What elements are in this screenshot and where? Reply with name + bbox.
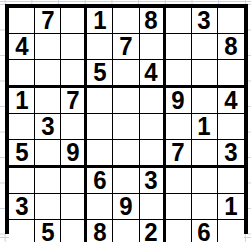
given-digit: 9 bbox=[172, 88, 185, 113]
cell-r7c4: 6 bbox=[87, 168, 113, 194]
cell-r5c8: 1 bbox=[192, 114, 218, 140]
given-digit: 3 bbox=[15, 194, 28, 219]
cell-r9c7[interactable] bbox=[166, 220, 192, 242]
cell-r9c2: 5 bbox=[35, 220, 61, 242]
cell-r1c2: 7 bbox=[35, 8, 61, 34]
cell-r9c3[interactable] bbox=[61, 220, 87, 242]
cell-r2c8[interactable] bbox=[192, 34, 218, 60]
cell-r8c1: 3 bbox=[9, 194, 35, 220]
cell-r5c6[interactable] bbox=[140, 114, 166, 140]
cell-r6c8[interactable] bbox=[192, 140, 218, 168]
cell-r8c9: 1 bbox=[218, 194, 244, 220]
cell-r4c1: 1 bbox=[9, 88, 35, 114]
cell-r4c4[interactable] bbox=[87, 88, 113, 114]
cell-r1c4: 1 bbox=[87, 8, 113, 34]
cell-r1c9[interactable] bbox=[218, 8, 244, 34]
cell-r8c4[interactable] bbox=[87, 194, 113, 220]
given-digit: 5 bbox=[93, 60, 106, 85]
given-digit: 1 bbox=[198, 114, 211, 139]
given-digit: 7 bbox=[172, 140, 185, 165]
cell-r3c5[interactable] bbox=[113, 60, 139, 88]
cell-r9c8: 6 bbox=[192, 220, 218, 242]
cell-r2c3[interactable] bbox=[61, 34, 87, 60]
cell-r9c6: 2 bbox=[140, 220, 166, 242]
given-digit: 8 bbox=[93, 220, 106, 242]
cell-r3c2[interactable] bbox=[35, 60, 61, 88]
cell-r3c4: 5 bbox=[87, 60, 113, 88]
given-digit: 3 bbox=[198, 8, 211, 33]
sheet-gridline-ticks-right bbox=[248, 0, 251, 242]
given-digit: 3 bbox=[144, 168, 157, 193]
cell-r4c7: 9 bbox=[166, 88, 192, 114]
sheet-gridline-top bbox=[0, 1, 251, 2]
cell-r7c3[interactable] bbox=[61, 168, 87, 194]
cell-r3c1[interactable] bbox=[9, 60, 35, 88]
given-digit: 4 bbox=[224, 88, 237, 113]
given-digit: 7 bbox=[41, 8, 54, 33]
cell-r4c9: 4 bbox=[218, 88, 244, 114]
cell-r6c3: 9 bbox=[61, 140, 87, 168]
given-digit: 3 bbox=[224, 140, 237, 165]
cell-r9c9[interactable] bbox=[218, 220, 244, 242]
cell-r2c9: 8 bbox=[218, 34, 244, 60]
given-digit: 9 bbox=[66, 140, 79, 165]
cell-r4c8[interactable] bbox=[192, 88, 218, 114]
cell-r8c3[interactable] bbox=[61, 194, 87, 220]
cell-r1c3[interactable] bbox=[61, 8, 87, 34]
cell-r1c8: 3 bbox=[192, 8, 218, 34]
cell-r3c6: 4 bbox=[140, 60, 166, 88]
cell-r3c8[interactable] bbox=[192, 60, 218, 88]
cell-r1c6: 8 bbox=[140, 8, 166, 34]
cell-r5c5[interactable] bbox=[113, 114, 139, 140]
cell-r5c4[interactable] bbox=[87, 114, 113, 140]
cell-r6c9: 3 bbox=[218, 140, 244, 168]
given-digit: 1 bbox=[224, 194, 237, 219]
cell-r3c3[interactable] bbox=[61, 60, 87, 88]
cell-r8c8[interactable] bbox=[192, 194, 218, 220]
given-digit: 6 bbox=[93, 168, 106, 193]
given-digit: 8 bbox=[224, 34, 237, 59]
given-digit: 5 bbox=[41, 220, 54, 242]
cell-r4c5[interactable] bbox=[113, 88, 139, 114]
cell-r9c5[interactable] bbox=[113, 220, 139, 242]
cell-r8c6[interactable] bbox=[140, 194, 166, 220]
cell-r4c2[interactable] bbox=[35, 88, 61, 114]
cell-r7c8[interactable] bbox=[192, 168, 218, 194]
cell-r2c2[interactable] bbox=[35, 34, 61, 60]
cell-r6c7: 7 bbox=[166, 140, 192, 168]
sudoku-board: 7183478541794315973633915826 bbox=[5, 4, 248, 234]
cell-r7c1[interactable] bbox=[9, 168, 35, 194]
cell-r7c7[interactable] bbox=[166, 168, 192, 194]
cell-r3c9[interactable] bbox=[218, 60, 244, 88]
cell-r4c3: 7 bbox=[61, 88, 87, 114]
cell-r8c7[interactable] bbox=[166, 194, 192, 220]
given-digit: 8 bbox=[144, 8, 157, 33]
given-digit: 2 bbox=[144, 220, 157, 242]
given-digit: 4 bbox=[144, 60, 157, 85]
cell-r6c6[interactable] bbox=[140, 140, 166, 168]
given-digit: 5 bbox=[15, 140, 28, 165]
given-digit: 3 bbox=[41, 114, 54, 139]
cell-r2c6[interactable] bbox=[140, 34, 166, 60]
cell-r5c7[interactable] bbox=[166, 114, 192, 140]
cell-r6c2[interactable] bbox=[35, 140, 61, 168]
cell-r7c5[interactable] bbox=[113, 168, 139, 194]
cell-r5c1[interactable] bbox=[9, 114, 35, 140]
cell-r2c4[interactable] bbox=[87, 34, 113, 60]
cell-r6c4[interactable] bbox=[87, 140, 113, 168]
cell-r1c1[interactable] bbox=[9, 8, 35, 34]
cell-r1c7[interactable] bbox=[166, 8, 192, 34]
cell-r5c2: 3 bbox=[35, 114, 61, 140]
given-digit: 1 bbox=[93, 8, 106, 33]
given-digit: 1 bbox=[15, 88, 28, 113]
given-digit: 4 bbox=[15, 34, 28, 59]
cell-r7c2[interactable] bbox=[35, 168, 61, 194]
given-digit: 7 bbox=[119, 34, 132, 59]
cell-r2c1: 4 bbox=[9, 34, 35, 60]
sudoku-screenshot: 7183478541794315973633915826 bbox=[0, 0, 251, 242]
cell-r6c1: 5 bbox=[9, 140, 35, 168]
cell-r5c9[interactable] bbox=[218, 114, 244, 140]
given-digit: 6 bbox=[198, 220, 211, 242]
cell-r3c7[interactable] bbox=[166, 60, 192, 88]
cell-r9c1[interactable] bbox=[9, 220, 35, 242]
cell-r5c3[interactable] bbox=[61, 114, 87, 140]
cell-r8c2[interactable] bbox=[35, 194, 61, 220]
cell-r8c5: 9 bbox=[113, 194, 139, 220]
given-digit: 9 bbox=[119, 194, 132, 219]
cell-r2c7[interactable] bbox=[166, 34, 192, 60]
cell-r9c4: 8 bbox=[87, 220, 113, 242]
cell-r1c5[interactable] bbox=[113, 8, 139, 34]
given-digit: 7 bbox=[66, 88, 79, 113]
cell-r4c6[interactable] bbox=[140, 88, 166, 114]
cell-r6c5[interactable] bbox=[113, 140, 139, 168]
cell-r7c9[interactable] bbox=[218, 168, 244, 194]
cell-r2c5: 7 bbox=[113, 34, 139, 60]
cell-r7c6: 3 bbox=[140, 168, 166, 194]
